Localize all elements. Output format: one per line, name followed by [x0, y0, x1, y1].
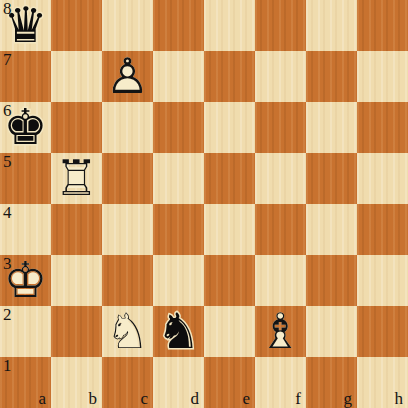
chess-board: 8♛♛7♟♙6♚♚5♜♖43♚♔2♞♘♞♞♝♗1abcdefgh	[0, 0, 408, 408]
rank-label-1: 1	[3, 357, 12, 375]
square-b6[interactable]	[51, 102, 102, 153]
file-label-a: a	[38, 390, 46, 408]
square-c2[interactable]: ♞♘	[102, 306, 153, 357]
square-g5[interactable]	[306, 153, 357, 204]
square-g8[interactable]	[306, 0, 357, 51]
square-f2[interactable]: ♝♗	[255, 306, 306, 357]
rank-label-4: 4	[3, 204, 12, 222]
square-d7[interactable]	[153, 51, 204, 102]
file-label-d: d	[191, 390, 200, 408]
square-g1[interactable]: g	[306, 357, 357, 408]
piece-glyph-overlay: ♖	[51, 153, 102, 204]
square-b7[interactable]	[51, 51, 102, 102]
square-d3[interactable]	[153, 255, 204, 306]
square-e5[interactable]	[204, 153, 255, 204]
square-a3[interactable]: 3♚♔	[0, 255, 51, 306]
file-label-f: f	[295, 390, 301, 408]
rank-label-8: 8	[3, 0, 12, 18]
square-b2[interactable]	[51, 306, 102, 357]
square-h2[interactable]	[357, 306, 408, 357]
square-a7[interactable]: 7	[0, 51, 51, 102]
piece-white-rook[interactable]: ♜♖	[51, 153, 102, 204]
rank-label-2: 2	[3, 306, 12, 324]
square-h7[interactable]	[357, 51, 408, 102]
square-d2[interactable]: ♞♞	[153, 306, 204, 357]
piece-glyph-overlay: ♗	[255, 306, 306, 357]
square-e8[interactable]	[204, 0, 255, 51]
square-e4[interactable]	[204, 204, 255, 255]
square-e1[interactable]: e	[204, 357, 255, 408]
square-f4[interactable]	[255, 204, 306, 255]
square-g6[interactable]	[306, 102, 357, 153]
square-f3[interactable]	[255, 255, 306, 306]
square-c4[interactable]	[102, 204, 153, 255]
square-e3[interactable]	[204, 255, 255, 306]
square-h1[interactable]: h	[357, 357, 408, 408]
square-h3[interactable]	[357, 255, 408, 306]
square-a8[interactable]: 8♛♛	[0, 0, 51, 51]
square-c5[interactable]	[102, 153, 153, 204]
square-e7[interactable]	[204, 51, 255, 102]
square-f6[interactable]	[255, 102, 306, 153]
square-g3[interactable]	[306, 255, 357, 306]
square-a2[interactable]: 2	[0, 306, 51, 357]
square-d6[interactable]	[153, 102, 204, 153]
square-a1[interactable]: 1a	[0, 357, 51, 408]
piece-glyph-overlay: ♞	[153, 306, 204, 357]
square-a5[interactable]: 5	[0, 153, 51, 204]
piece-glyph-overlay: ♘	[102, 306, 153, 357]
square-b1[interactable]: b	[51, 357, 102, 408]
rank-label-7: 7	[3, 51, 12, 69]
square-f5[interactable]	[255, 153, 306, 204]
square-h6[interactable]	[357, 102, 408, 153]
square-e2[interactable]	[204, 306, 255, 357]
square-b3[interactable]	[51, 255, 102, 306]
square-h5[interactable]	[357, 153, 408, 204]
square-g2[interactable]	[306, 306, 357, 357]
square-b5[interactable]: ♜♖	[51, 153, 102, 204]
square-c8[interactable]	[102, 0, 153, 51]
rank-label-5: 5	[3, 153, 12, 171]
square-c3[interactable]	[102, 255, 153, 306]
square-f8[interactable]	[255, 0, 306, 51]
file-label-c: c	[140, 390, 148, 408]
piece-white-pawn[interactable]: ♟♙	[102, 51, 153, 102]
rank-label-3: 3	[3, 255, 12, 273]
square-f7[interactable]	[255, 51, 306, 102]
piece-white-bishop[interactable]: ♝♗	[255, 306, 306, 357]
square-h4[interactable]	[357, 204, 408, 255]
square-d5[interactable]	[153, 153, 204, 204]
square-c7[interactable]: ♟♙	[102, 51, 153, 102]
piece-black-knight[interactable]: ♞♞	[153, 306, 204, 357]
square-a4[interactable]: 4	[0, 204, 51, 255]
file-label-e: e	[242, 390, 250, 408]
square-f1[interactable]: f	[255, 357, 306, 408]
square-c1[interactable]: c	[102, 357, 153, 408]
piece-white-knight[interactable]: ♞♘	[102, 306, 153, 357]
square-e6[interactable]	[204, 102, 255, 153]
square-b8[interactable]	[51, 0, 102, 51]
square-a6[interactable]: 6♚♚	[0, 102, 51, 153]
square-b4[interactable]	[51, 204, 102, 255]
rank-label-6: 6	[3, 102, 12, 120]
file-label-h: h	[395, 390, 404, 408]
square-c6[interactable]	[102, 102, 153, 153]
square-g4[interactable]	[306, 204, 357, 255]
square-g7[interactable]	[306, 51, 357, 102]
square-d1[interactable]: d	[153, 357, 204, 408]
piece-glyph-overlay: ♙	[102, 51, 153, 102]
square-h8[interactable]	[357, 0, 408, 51]
square-d4[interactable]	[153, 204, 204, 255]
file-label-b: b	[89, 390, 98, 408]
file-label-g: g	[344, 390, 353, 408]
square-d8[interactable]	[153, 0, 204, 51]
